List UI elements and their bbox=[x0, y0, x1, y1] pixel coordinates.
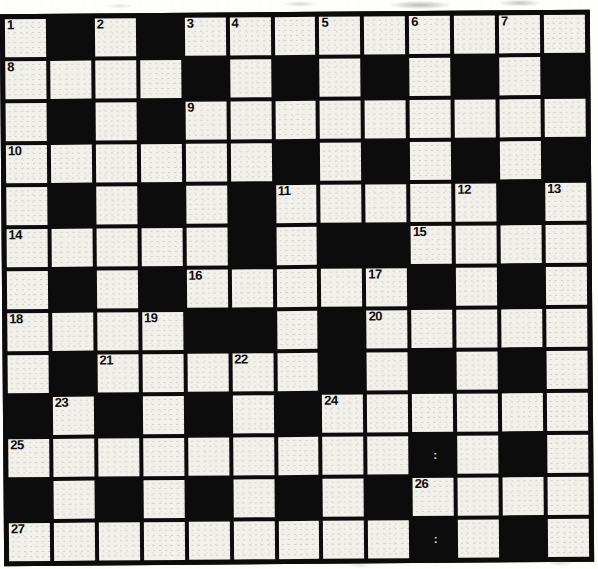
cell-r13c6[interactable] bbox=[233, 521, 274, 559]
clue-number-18: 18 bbox=[9, 312, 23, 327]
cell-r4c2[interactable] bbox=[51, 145, 92, 183]
cell-r5c11[interactable]: 12 bbox=[455, 183, 496, 221]
cell-r3c12[interactable] bbox=[500, 99, 541, 137]
cell-r8c7[interactable] bbox=[277, 311, 318, 349]
cell-r3c7[interactable] bbox=[275, 101, 316, 139]
cell-r1c11[interactable] bbox=[454, 15, 495, 53]
cell-r12c7-block bbox=[278, 479, 319, 517]
cell-r8c1[interactable]: 18 bbox=[7, 313, 48, 351]
cell-r6c4[interactable] bbox=[141, 228, 182, 266]
cell-r13c2[interactable] bbox=[54, 523, 95, 561]
cell-r13c5[interactable] bbox=[189, 522, 230, 560]
cell-r3c1[interactable] bbox=[6, 103, 47, 141]
cell-r4c11-block bbox=[455, 141, 496, 179]
cell-r11c9[interactable] bbox=[368, 436, 409, 474]
cell-r5c4-block bbox=[141, 186, 182, 224]
cell-r3c8[interactable] bbox=[320, 100, 361, 138]
cell-r1c4-block bbox=[140, 18, 181, 56]
cell-r12c2[interactable] bbox=[53, 481, 94, 519]
cell-r9c5[interactable] bbox=[187, 354, 228, 392]
cell-r4c8[interactable] bbox=[320, 142, 361, 180]
cell-r5c13[interactable]: 13 bbox=[545, 183, 586, 221]
cell-r12c11[interactable] bbox=[458, 477, 499, 515]
clue-number-24: 24 bbox=[324, 394, 338, 409]
clue-number-4: 4 bbox=[231, 16, 238, 31]
scan-artifact-mark: : bbox=[433, 448, 437, 462]
cell-r4c10[interactable] bbox=[410, 142, 451, 180]
cell-r7c12-block bbox=[501, 267, 542, 305]
cell-r12c6[interactable] bbox=[233, 479, 274, 517]
cell-r8c6-block bbox=[232, 311, 273, 349]
cell-r4c3[interactable] bbox=[96, 144, 137, 182]
cell-r10c1-block bbox=[8, 397, 49, 435]
cell-r6c5[interactable] bbox=[186, 228, 227, 266]
cell-r2c3[interactable] bbox=[95, 60, 136, 98]
cell-r1c8[interactable]: 5 bbox=[319, 16, 360, 54]
clue-number-21: 21 bbox=[99, 353, 113, 368]
cell-r4c4[interactable] bbox=[141, 144, 182, 182]
cell-r6c1[interactable]: 14 bbox=[7, 229, 48, 267]
cell-r8c9[interactable]: 20 bbox=[367, 310, 408, 348]
cell-r6c9-block bbox=[366, 226, 407, 264]
cell-r9c2-block bbox=[52, 355, 93, 393]
clue-number-27: 27 bbox=[11, 522, 25, 537]
cell-r4c7-block bbox=[275, 143, 316, 181]
cell-r12c12[interactable] bbox=[503, 477, 544, 515]
cell-r10c13[interactable] bbox=[547, 393, 588, 431]
clue-number-10: 10 bbox=[8, 144, 22, 159]
cell-r3c13[interactable] bbox=[545, 99, 586, 137]
clue-number-12: 12 bbox=[457, 183, 471, 198]
cell-r6c10[interactable]: 15 bbox=[411, 226, 452, 264]
cell-r13c9[interactable] bbox=[368, 520, 409, 558]
cell-r3c3[interactable] bbox=[95, 102, 136, 140]
cell-r7c6[interactable] bbox=[231, 269, 272, 307]
clue-number-5: 5 bbox=[321, 16, 328, 31]
cell-r7c8[interactable] bbox=[321, 268, 362, 306]
cell-r10c3-block bbox=[98, 396, 139, 434]
cell-r7c13[interactable] bbox=[546, 267, 587, 305]
clue-number-1: 1 bbox=[7, 18, 14, 33]
cell-r12c3-block bbox=[98, 480, 139, 518]
cell-r9c9[interactable] bbox=[367, 352, 408, 390]
cell-r4c6[interactable] bbox=[230, 143, 271, 181]
cell-r2c6[interactable] bbox=[230, 59, 271, 97]
cell-r12c4[interactable] bbox=[143, 480, 184, 518]
cell-r11c3[interactable] bbox=[98, 438, 139, 476]
cell-r5c3[interactable] bbox=[96, 186, 137, 224]
clue-number-11: 11 bbox=[278, 184, 291, 199]
cell-r11c13[interactable] bbox=[547, 435, 588, 473]
cell-r13c3[interactable] bbox=[99, 522, 140, 560]
clue-number-13: 13 bbox=[547, 182, 561, 197]
clue-number-3: 3 bbox=[187, 17, 194, 32]
scanned-newspaper-page: 1234567891011121314151617181920212223242… bbox=[0, 0, 598, 569]
cell-r9c12-block bbox=[502, 351, 543, 389]
cell-r7c4-block bbox=[142, 270, 183, 308]
cell-r13c11[interactable] bbox=[458, 519, 499, 557]
cell-r6c2[interactable] bbox=[51, 229, 92, 267]
cell-r6c13[interactable] bbox=[546, 225, 587, 263]
cell-r2c8[interactable] bbox=[320, 58, 361, 96]
clue-number-23: 23 bbox=[55, 396, 69, 411]
clue-number-6: 6 bbox=[411, 15, 418, 30]
cell-r2c11-block bbox=[454, 57, 495, 95]
cell-r8c10[interactable] bbox=[411, 310, 452, 348]
cell-r2c1[interactable]: 8 bbox=[5, 61, 46, 99]
cell-r7c9[interactable]: 17 bbox=[366, 268, 407, 306]
cell-r11c7[interactable] bbox=[278, 437, 319, 475]
cell-r2c10[interactable] bbox=[409, 58, 450, 96]
cell-r2c5-block bbox=[185, 60, 226, 98]
crossword-grid: 1234567891011121314151617181920212223242… bbox=[0, 10, 594, 567]
cell-r3c10[interactable] bbox=[410, 100, 451, 138]
cell-r7c3[interactable] bbox=[97, 270, 138, 308]
cell-r12c8[interactable] bbox=[323, 478, 364, 516]
cell-r2c9-block bbox=[365, 58, 406, 96]
cell-r7c5[interactable]: 16 bbox=[187, 270, 228, 308]
cell-r13c12-block bbox=[503, 519, 544, 557]
cell-r8c3[interactable] bbox=[97, 312, 138, 350]
cell-r11c6[interactable] bbox=[233, 437, 274, 475]
cell-r7c11[interactable] bbox=[456, 267, 497, 305]
cell-r13c10-block: : bbox=[413, 520, 454, 558]
cell-r2c4[interactable] bbox=[140, 60, 181, 98]
cell-r13c1[interactable]: 27 bbox=[9, 523, 50, 561]
cell-r8c5-block bbox=[187, 312, 228, 350]
cell-r10c2[interactable]: 23 bbox=[53, 397, 94, 435]
cell-r3c11[interactable] bbox=[455, 99, 496, 137]
cell-r5c1[interactable] bbox=[6, 187, 47, 225]
cell-r11c4[interactable] bbox=[143, 438, 184, 476]
cell-r3c9[interactable] bbox=[365, 100, 406, 138]
cell-r1c1[interactable]: 1 bbox=[5, 19, 46, 57]
cell-r8c4[interactable]: 19 bbox=[142, 312, 183, 350]
cell-r6c8-block bbox=[321, 226, 362, 264]
cell-r7c1[interactable] bbox=[7, 271, 48, 309]
cell-r11c5[interactable] bbox=[188, 438, 229, 476]
cell-r2c2[interactable] bbox=[50, 61, 91, 99]
clue-number-17: 17 bbox=[368, 267, 382, 282]
clue-number-9: 9 bbox=[187, 101, 194, 116]
cell-r6c7[interactable] bbox=[276, 227, 317, 265]
cell-r10c10[interactable] bbox=[412, 394, 453, 432]
cell-r1c7[interactable] bbox=[274, 17, 315, 55]
cell-r5c5[interactable] bbox=[186, 186, 227, 224]
cell-r9c13[interactable] bbox=[547, 351, 588, 389]
clue-number-26: 26 bbox=[415, 477, 429, 492]
cell-r1c10[interactable]: 6 bbox=[409, 16, 450, 54]
cell-r1c2-block bbox=[50, 19, 91, 57]
cell-r5c9[interactable] bbox=[366, 184, 407, 222]
cell-r9c8-block bbox=[322, 352, 363, 390]
cell-r11c10-block: : bbox=[412, 436, 453, 474]
cell-r13c13[interactable] bbox=[548, 519, 589, 557]
clue-number-19: 19 bbox=[144, 311, 158, 326]
cell-r13c7[interactable] bbox=[278, 521, 319, 559]
clue-number-14: 14 bbox=[9, 228, 23, 243]
cell-r4c9-block bbox=[365, 142, 406, 180]
cell-r10c8[interactable]: 24 bbox=[322, 394, 363, 432]
cell-r3c2-block bbox=[50, 103, 91, 141]
cell-r9c3[interactable]: 21 bbox=[97, 354, 138, 392]
cell-r10c9[interactable] bbox=[367, 394, 408, 432]
cell-r12c9-block bbox=[368, 478, 409, 516]
cell-r10c11[interactable] bbox=[457, 393, 498, 431]
cell-r5c8[interactable] bbox=[321, 184, 362, 222]
cell-r12c5-block bbox=[188, 480, 229, 518]
cell-r13c8[interactable] bbox=[323, 520, 364, 558]
cell-r11c12-block bbox=[502, 435, 543, 473]
cell-r11c2[interactable] bbox=[53, 439, 94, 477]
cell-r5c10[interactable] bbox=[410, 184, 451, 222]
cell-r8c11[interactable] bbox=[456, 309, 497, 347]
cell-r10c6[interactable] bbox=[232, 395, 273, 433]
cell-r11c1[interactable]: 25 bbox=[8, 439, 49, 477]
cell-r5c6-block bbox=[231, 185, 272, 223]
clue-number-2: 2 bbox=[97, 18, 104, 33]
cell-r8c12[interactable] bbox=[501, 309, 542, 347]
cell-r1c9[interactable] bbox=[364, 16, 405, 54]
cell-r9c7[interactable] bbox=[277, 353, 318, 391]
cell-r1c12[interactable]: 7 bbox=[499, 15, 540, 53]
clue-number-25: 25 bbox=[10, 438, 24, 453]
cell-r6c3[interactable] bbox=[96, 228, 137, 266]
cell-r5c2-block bbox=[51, 187, 92, 225]
cell-r9c6[interactable]: 22 bbox=[232, 353, 273, 391]
cell-r12c10[interactable]: 26 bbox=[413, 478, 454, 516]
clue-number-7: 7 bbox=[501, 14, 508, 29]
cell-r4c12[interactable] bbox=[500, 141, 541, 179]
cell-r12c13[interactable] bbox=[548, 477, 589, 515]
cell-r7c7[interactable] bbox=[276, 269, 317, 307]
cell-r3c4-block bbox=[140, 102, 181, 140]
cell-r3c6[interactable] bbox=[230, 101, 271, 139]
cell-r1c6[interactable]: 4 bbox=[229, 17, 270, 55]
cell-r10c5-block bbox=[188, 396, 229, 434]
cell-r1c5[interactable]: 3 bbox=[185, 18, 226, 56]
clue-number-15: 15 bbox=[413, 225, 427, 240]
cell-r5c7[interactable]: 11 bbox=[276, 185, 317, 223]
cell-r6c12[interactable] bbox=[501, 225, 542, 263]
cell-r6c6-block bbox=[231, 227, 272, 265]
cell-r7c10-block bbox=[411, 268, 452, 306]
clue-number-8: 8 bbox=[7, 60, 14, 75]
cell-r2c7-block bbox=[275, 59, 316, 97]
cell-r7c2-block bbox=[52, 271, 93, 309]
cell-r8c8-block bbox=[322, 310, 363, 348]
cell-r4c5[interactable] bbox=[186, 144, 227, 182]
cell-r10c7-block bbox=[277, 395, 318, 433]
cell-r1c13[interactable] bbox=[544, 15, 585, 53]
cell-r4c13-block bbox=[545, 141, 586, 179]
cell-r1c3[interactable]: 2 bbox=[95, 18, 136, 56]
clue-number-16: 16 bbox=[189, 269, 203, 284]
cell-r2c13-block bbox=[544, 57, 585, 95]
cell-r10c4[interactable] bbox=[143, 396, 184, 434]
cell-r9c4[interactable] bbox=[142, 354, 183, 392]
cell-r11c11[interactable] bbox=[457, 435, 498, 473]
cell-r9c11[interactable] bbox=[457, 351, 498, 389]
cell-r2c12[interactable] bbox=[499, 57, 540, 95]
cell-r9c1[interactable] bbox=[8, 355, 49, 393]
cell-r12c1-block bbox=[9, 481, 50, 519]
cell-r8c2[interactable] bbox=[52, 313, 93, 351]
cell-r4c1[interactable]: 10 bbox=[6, 145, 47, 183]
clue-number-22: 22 bbox=[234, 352, 248, 367]
cell-r5c12-block bbox=[500, 183, 541, 221]
cell-r11c8[interactable] bbox=[323, 436, 364, 474]
cell-r13c4[interactable] bbox=[144, 522, 185, 560]
cell-r10c12[interactable] bbox=[502, 393, 543, 431]
cell-r8c13[interactable] bbox=[546, 309, 587, 347]
scan-artifact-mark: : bbox=[434, 532, 438, 546]
cell-r3c5[interactable]: 9 bbox=[185, 102, 226, 140]
clue-number-20: 20 bbox=[369, 309, 383, 324]
cell-r6c11[interactable] bbox=[456, 225, 497, 263]
cell-r9c10-block bbox=[412, 352, 453, 390]
